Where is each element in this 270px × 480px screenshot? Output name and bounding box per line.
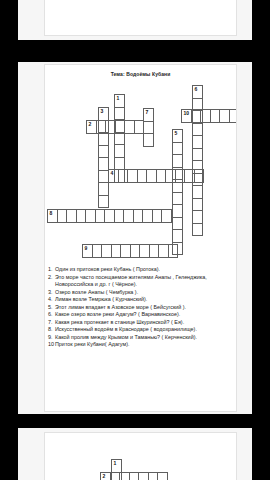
crossword-cell [192, 185, 203, 199]
word-2-across: 2 [100, 472, 168, 480]
word-7-down: 7 [143, 108, 154, 147]
crossword-grid: 61371025489 [45, 65, 236, 411]
clue-number: 5. [46, 304, 55, 312]
word-4-across: 4 [108, 169, 204, 183]
page-next: 12 [18, 428, 252, 480]
crossword-cell [98, 157, 109, 171]
cell-number: 6 [195, 87, 198, 92]
cell-number: 4 [111, 171, 114, 176]
crossword-cell [98, 170, 109, 184]
next-page-crossword-grid: 12 [45, 433, 236, 480]
crossword-cell [172, 142, 183, 156]
crossword-cell: 6 [192, 85, 203, 99]
word-10-across: 10 [181, 109, 237, 123]
cell-number: 10 [184, 111, 190, 116]
clue-number: 3. [46, 289, 55, 297]
cell-number: 7 [146, 110, 149, 115]
crossword-cell [172, 217, 183, 231]
cell-number: 1 [117, 96, 120, 101]
page-previous-sheet [44, 0, 237, 36]
cell-number: 5 [175, 131, 178, 136]
crossword-cell [161, 209, 172, 223]
crossword-cell [143, 133, 154, 147]
crossword-cell [192, 148, 203, 162]
crossword-cell [114, 157, 125, 171]
clue-item: 10Приток реки Кубани( Адагум). [46, 341, 226, 349]
cell-number: 1 [114, 461, 117, 466]
clue-item: 7.Какая река протекает в станице Шкуринс… [46, 319, 226, 327]
clue-number: 9. [46, 334, 55, 342]
crossword-cell [143, 121, 154, 135]
clue-text: Это море часто посещаемое жителями Анапы… [55, 274, 226, 289]
clue-item: 8.Искусственный водоём в Краснодаре ( во… [46, 326, 226, 334]
clue-text: Озеро возле Анапы ( Чембурка ). [55, 289, 226, 297]
cell-number: 8 [50, 211, 53, 216]
clue-text: Какой пролив между Крымом и Таманью? ( К… [55, 334, 226, 342]
clue-number: 7. [46, 319, 55, 327]
clue-item: 6.Какое озеро возле реки Адагум? ( Варна… [46, 311, 226, 319]
word-9-across: 9 [82, 244, 178, 258]
clue-text: Искусственный водоём в Краснодаре ( водо… [55, 326, 226, 334]
crossword-cell [168, 244, 179, 258]
crossword-cell [194, 169, 205, 183]
crossword-cell [192, 135, 203, 149]
crossword-cell: 7 [143, 108, 154, 122]
crossword-cell [192, 123, 203, 137]
clues-list: 1.Один из притоков реки Кубань ( Протока… [46, 266, 226, 349]
crossword-cell [114, 132, 125, 146]
clue-number: 4. [46, 296, 55, 304]
crossword-cell [172, 192, 183, 206]
crossword-cell [114, 107, 125, 121]
crossword-cell [98, 145, 109, 159]
word-2-across: 2 [86, 120, 144, 134]
page-next-sheet: 12 [44, 432, 237, 480]
crossword-cell [192, 223, 203, 237]
document-viewer[interactable]: Тема: Водоёмы Кубани 61371025489 1.Один … [0, 0, 270, 480]
cell-number: 2 [89, 122, 92, 127]
crossword-cell [114, 144, 125, 158]
clue-text: Приток реки Кубани( Адагум). [55, 341, 226, 349]
crossword-cell: 1 [114, 94, 125, 108]
clue-text: Один из притоков реки Кубань ( Протока). [55, 266, 226, 274]
cell-number: 9 [85, 246, 88, 251]
page-current-sheet: Тема: Водоёмы Кубани 61371025489 1.Один … [44, 64, 237, 412]
crossword-cell [98, 132, 109, 146]
clue-number: 10 [46, 341, 55, 349]
crossword-cell [98, 182, 109, 196]
crossword-cell [134, 120, 145, 134]
cell-number: 2 [103, 474, 106, 479]
crossword-cell [98, 195, 109, 209]
clue-item: 2.Это море часто посещаемое жителями Ана… [46, 274, 226, 289]
clue-text: Этот лиман впадает в Азовское море ( Бей… [55, 304, 226, 312]
clue-text: Какое озеро возле реки Адагум? ( Варнави… [55, 311, 226, 319]
word-8-across: 8 [47, 209, 172, 223]
clue-number: 2. [46, 274, 55, 289]
clue-item: 4.Лиман возле Темрюка ( Курчанский). [46, 296, 226, 304]
clue-number: 8. [46, 326, 55, 334]
clue-number: 6. [46, 311, 55, 319]
crossword-cell [157, 472, 168, 480]
crossword-cell [192, 210, 203, 224]
clue-item: 1.Один из притоков реки Кубань ( Протока… [46, 266, 226, 274]
clue-number: 1. [46, 266, 55, 274]
word-5-down: 5 [172, 129, 183, 255]
clue-text: Лиман возле Темрюка ( Курчанский). [55, 296, 226, 304]
crossword-cell [172, 154, 183, 168]
crossword-cell: 1 [111, 459, 122, 473]
crossword-cell [229, 109, 238, 123]
crossword-cell [192, 198, 203, 212]
clue-text: Какая река протекает в станице Шкуринско… [55, 319, 226, 327]
crossword-cell [172, 204, 183, 218]
page-previous [18, 0, 252, 40]
word-6-down: 6 [192, 85, 203, 236]
clue-item: 5.Этот лиман впадает в Азовское море ( Б… [46, 304, 226, 312]
crossword-cell: 5 [172, 129, 183, 143]
clue-item: 3.Озеро возле Анапы ( Чембурка ). [46, 289, 226, 297]
crossword-cell: 3 [98, 107, 109, 121]
clue-item: 9.Какой пролив между Крымом и Таманью? (… [46, 334, 226, 342]
page-current: Тема: Водоёмы Кубани 61371025489 1.Один … [18, 62, 252, 414]
cell-number: 3 [101, 109, 104, 114]
crossword-cell [172, 229, 183, 243]
